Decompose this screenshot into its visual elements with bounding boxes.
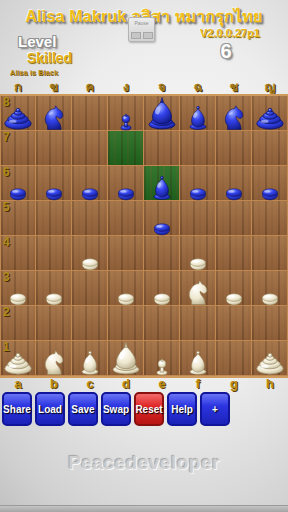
- square-e8[interactable]: [144, 96, 180, 131]
- square-b1[interactable]: [36, 341, 72, 376]
- square-e7[interactable]: [144, 131, 180, 166]
- square-h3[interactable]: [252, 271, 288, 306]
- square-h6[interactable]: [252, 166, 288, 201]
- move-count: 6: [210, 40, 242, 63]
- square-f5[interactable]: [180, 201, 216, 236]
- toolbar: Share Load Save Swap Reset Help +: [2, 392, 230, 426]
- pause-label: Pause: [129, 20, 154, 26]
- makruk-board: 87654321: [0, 96, 288, 376]
- square-f7[interactable]: [180, 131, 216, 166]
- square-e1[interactable]: [144, 341, 180, 376]
- square-e6[interactable]: [144, 166, 180, 201]
- rank-label: 1: [3, 340, 10, 354]
- pause-mini-panel: Pause: [128, 17, 155, 42]
- square-h1[interactable]: [252, 341, 288, 376]
- square-a1[interactable]: 1: [0, 341, 36, 376]
- square-c7[interactable]: [72, 131, 108, 166]
- app-screen: Alisa Makruk อลิสา หมากรุกไทย Pause V2.0…: [0, 0, 288, 512]
- square-e2[interactable]: [144, 306, 180, 341]
- square-g1[interactable]: [216, 341, 252, 376]
- square-e3[interactable]: [144, 271, 180, 306]
- swap-button[interactable]: Swap: [101, 392, 131, 426]
- square-c4[interactable]: [72, 236, 108, 271]
- square-d7[interactable]: [108, 131, 144, 166]
- load-button[interactable]: Load: [35, 392, 65, 426]
- square-d6[interactable]: [108, 166, 144, 201]
- side-note: Alisa is Black: [10, 68, 58, 77]
- file-label-top: ข: [36, 80, 72, 95]
- square-g5[interactable]: [216, 201, 252, 236]
- square-a4[interactable]: 4: [0, 236, 36, 271]
- square-f4[interactable]: [180, 236, 216, 271]
- square-a5[interactable]: 5: [0, 201, 36, 236]
- level-label: Level: [18, 33, 56, 50]
- square-h7[interactable]: [252, 131, 288, 166]
- square-c6[interactable]: [72, 166, 108, 201]
- file-label-top: ค: [72, 80, 108, 95]
- file-label-bottom: a: [0, 377, 36, 391]
- square-e5[interactable]: [144, 201, 180, 236]
- square-h4[interactable]: [252, 236, 288, 271]
- square-g4[interactable]: [216, 236, 252, 271]
- square-b7[interactable]: [36, 131, 72, 166]
- file-labels-thai: กขคงจฉชญ: [0, 80, 288, 95]
- square-g6[interactable]: [216, 166, 252, 201]
- square-b8[interactable]: [36, 96, 72, 131]
- square-d4[interactable]: [108, 236, 144, 271]
- file-label-bottom: b: [36, 377, 72, 391]
- level-value[interactable]: Skilled: [27, 50, 72, 66]
- square-b6[interactable]: [36, 166, 72, 201]
- file-label-bottom: d: [108, 377, 144, 391]
- square-a3[interactable]: 3: [0, 271, 36, 306]
- square-c1[interactable]: [72, 341, 108, 376]
- square-b5[interactable]: [36, 201, 72, 236]
- pause-buttons-icon: [129, 32, 154, 39]
- file-label-top: ญ: [252, 80, 288, 95]
- square-a7[interactable]: 7: [0, 131, 36, 166]
- file-label-bottom: e: [144, 377, 180, 391]
- file-label-top: ฉ: [180, 80, 216, 95]
- file-label-bottom: g: [216, 377, 252, 391]
- file-labels-latin: abcdefgh: [0, 377, 288, 391]
- square-b4[interactable]: [36, 236, 72, 271]
- rank-label: 5: [3, 200, 10, 214]
- app-version: V2.0.0.27p1: [186, 27, 274, 39]
- square-c2[interactable]: [72, 306, 108, 341]
- square-b2[interactable]: [36, 306, 72, 341]
- square-b3[interactable]: [36, 271, 72, 306]
- file-label-bottom: c: [72, 377, 108, 391]
- square-d2[interactable]: [108, 306, 144, 341]
- reset-button[interactable]: Reset: [134, 392, 164, 426]
- square-g2[interactable]: [216, 306, 252, 341]
- square-f1[interactable]: [180, 341, 216, 376]
- rank-label: 2: [3, 305, 10, 319]
- square-f6[interactable]: [180, 166, 216, 201]
- square-f2[interactable]: [180, 306, 216, 341]
- save-button[interactable]: Save: [68, 392, 98, 426]
- square-g3[interactable]: [216, 271, 252, 306]
- square-d5[interactable]: [108, 201, 144, 236]
- file-label-top: ง: [108, 80, 144, 95]
- rank-label: 4: [3, 235, 10, 249]
- square-d1[interactable]: [108, 341, 144, 376]
- square-c8[interactable]: [72, 96, 108, 131]
- file-label-top: จ: [144, 80, 180, 95]
- file-label-bottom: f: [180, 377, 216, 391]
- square-c3[interactable]: [72, 271, 108, 306]
- share-button[interactable]: Share: [2, 392, 32, 426]
- rank-label: 6: [3, 165, 10, 179]
- square-g7[interactable]: [216, 131, 252, 166]
- square-g8[interactable]: [216, 96, 252, 131]
- rank-label: 7: [3, 130, 10, 144]
- file-label-top: ช: [216, 80, 252, 95]
- watermark: Peacedeveloper: [0, 452, 288, 474]
- help-button[interactable]: Help: [167, 392, 197, 426]
- square-c5[interactable]: [72, 201, 108, 236]
- square-f8[interactable]: [180, 96, 216, 131]
- square-d8[interactable]: [108, 96, 144, 131]
- rank-label: 8: [3, 95, 10, 109]
- square-h5[interactable]: [252, 201, 288, 236]
- square-e4[interactable]: [144, 236, 180, 271]
- square-a8[interactable]: 8: [0, 96, 36, 131]
- square-a6[interactable]: 6: [0, 166, 36, 201]
- file-label-bottom: h: [252, 377, 288, 391]
- square-a2[interactable]: 2: [0, 306, 36, 341]
- square-h2[interactable]: [252, 306, 288, 341]
- bottom-strip: [0, 505, 288, 512]
- plus-button[interactable]: +: [200, 392, 230, 426]
- square-d3[interactable]: [108, 271, 144, 306]
- square-h8[interactable]: [252, 96, 288, 131]
- square-f3[interactable]: [180, 271, 216, 306]
- rank-label: 3: [3, 270, 10, 284]
- file-label-top: ก: [0, 80, 36, 95]
